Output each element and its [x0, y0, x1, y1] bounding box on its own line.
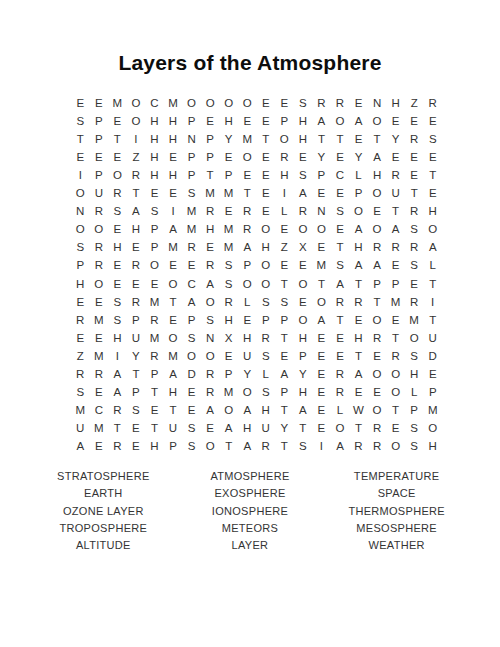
grid-cell-r17c6: H — [164, 383, 183, 401]
grid-cell-r4c3: E — [108, 148, 127, 166]
grid-cell-r7c2: R — [90, 202, 109, 220]
grid-cell-r16c20: E — [423, 365, 442, 383]
grid-cell-r18c5: E — [145, 401, 164, 419]
grid-cell-r6c15: E — [331, 184, 350, 202]
grid-cell-r10c12: E — [275, 256, 294, 274]
grid-cell-r8c7: M — [182, 220, 201, 238]
grid-cell-r6c16: P — [349, 184, 368, 202]
word-item: EXOSPHERE — [214, 485, 285, 502]
grid-cell-r14c20: U — [423, 329, 442, 347]
grid-cell-r16c12: A — [275, 365, 294, 383]
grid-cell-r5c9: P — [219, 166, 238, 184]
grid-cell-r19c18: E — [386, 419, 405, 437]
grid-cell-r19c13: T — [294, 419, 313, 437]
word-item: STRATOSPHERE — [57, 468, 149, 485]
grid-cell-r20c17: R — [368, 437, 387, 455]
grid-cell-r9c3: H — [108, 238, 127, 256]
grid-cell-r6c4: T — [127, 184, 146, 202]
grid-cell-r9c1: S — [71, 238, 90, 256]
grid-cell-r8c16: A — [349, 220, 368, 238]
grid-cell-r9c12: Z — [275, 238, 294, 256]
grid-cell-r4c19: E — [405, 148, 424, 166]
grid-cell-r8c17: O — [368, 220, 387, 238]
grid-cell-r13c9: H — [219, 311, 238, 329]
grid-cell-r8c3: E — [108, 220, 127, 238]
grid-cell-r11c17: P — [368, 274, 387, 292]
grid-cell-r2c1: S — [71, 112, 90, 130]
grid-cell-r8c9: M — [219, 220, 238, 238]
grid-cell-r11c3: E — [108, 274, 127, 292]
grid-cell-r12c3: S — [108, 293, 127, 311]
grid-cell-r8c15: E — [331, 220, 350, 238]
grid-cell-r8c14: O — [312, 220, 331, 238]
grid-cell-r9c11: H — [256, 238, 275, 256]
grid-cell-r2c13: H — [294, 112, 313, 130]
grid-cell-r3c20: S — [423, 130, 442, 148]
grid-cell-r13c6: E — [164, 311, 183, 329]
grid-cell-r4c18: E — [386, 148, 405, 166]
grid-cell-r4c16: Y — [349, 148, 368, 166]
grid-cell-r6c10: T — [238, 184, 257, 202]
grid-cell-r14c8: N — [201, 329, 220, 347]
grid-cell-r5c13: S — [294, 166, 313, 184]
grid-cell-r18c9: O — [219, 401, 238, 419]
grid-cell-r15c7: O — [182, 347, 201, 365]
grid-cell-r12c11: S — [256, 293, 275, 311]
grid-cell-r11c14: T — [312, 274, 331, 292]
grid-cell-r9c5: P — [145, 238, 164, 256]
grid-cell-r2c17: O — [368, 112, 387, 130]
grid-cell-r17c9: M — [219, 383, 238, 401]
grid-cell-r18c14: E — [312, 401, 331, 419]
word-item: METEORS — [222, 520, 279, 537]
grid-cell-r19c15: O — [331, 419, 350, 437]
grid-cell-r16c19: H — [405, 365, 424, 383]
grid-cell-r4c17: A — [368, 148, 387, 166]
grid-cell-r17c2: E — [90, 383, 109, 401]
grid-cell-r10c13: E — [294, 256, 313, 274]
grid-cell-r1c1: E — [71, 94, 90, 112]
grid-cell-r11c16: T — [349, 274, 368, 292]
grid-cell-r17c4: P — [127, 383, 146, 401]
grid-cell-r14c5: M — [145, 329, 164, 347]
word-item: WEATHER — [369, 537, 425, 554]
grid-cell-r20c4: E — [127, 437, 146, 455]
grid-cell-r1c4: O — [127, 94, 146, 112]
grid-cell-r8c12: E — [275, 220, 294, 238]
grid-cell-r5c14: P — [312, 166, 331, 184]
grid-cell-r12c13: E — [294, 293, 313, 311]
grid-cell-r2c7: P — [182, 112, 201, 130]
grid-cell-r6c6: E — [164, 184, 183, 202]
grid-cell-r1c17: N — [368, 94, 387, 112]
grid-cell-r4c20: E — [423, 148, 442, 166]
grid-cell-r18c20: M — [423, 401, 442, 419]
word-item: OZONE LAYER — [63, 503, 144, 520]
grid-cell-r12c5: M — [145, 293, 164, 311]
grid-cell-r2c8: E — [201, 112, 220, 130]
word-item: TEMPERATURE — [354, 468, 440, 485]
grid-cell-r14c10: H — [238, 329, 257, 347]
grid-cell-r14c6: O — [164, 329, 183, 347]
word-item: THERMOSPHERE — [348, 503, 445, 520]
word-list-column-2: ATMOSPHEREEXOSPHEREIONOSPHEREMETEORSLAYE… — [177, 468, 324, 554]
grid-cell-r7c10: R — [238, 202, 257, 220]
grid-cell-r2c15: O — [331, 112, 350, 130]
grid-cell-r4c1: E — [71, 148, 90, 166]
grid-cell-r16c3: A — [108, 365, 127, 383]
word-item: IONOSPHERE — [212, 503, 288, 520]
grid-cell-r16c18: O — [386, 365, 405, 383]
grid-cell-r11c8: A — [201, 274, 220, 292]
grid-cell-r10c9: S — [219, 256, 238, 274]
grid-cell-r17c16: E — [349, 383, 368, 401]
grid-cell-r18c10: A — [238, 401, 257, 419]
grid-cell-r20c12: T — [275, 437, 294, 455]
grid-cell-r20c8: O — [201, 437, 220, 455]
grid-cell-r13c18: E — [386, 311, 405, 329]
grid-cell-r11c19: E — [405, 274, 424, 292]
grid-cell-r7c20: H — [423, 202, 442, 220]
grid-cell-r19c5: T — [145, 419, 164, 437]
grid-cell-r5c8: T — [201, 166, 220, 184]
grid-cell-r11c4: E — [127, 274, 146, 292]
grid-cell-r6c14: E — [312, 184, 331, 202]
grid-cell-r13c12: P — [275, 311, 294, 329]
grid-cell-r1c20: R — [423, 94, 442, 112]
grid-cell-r14c11: R — [256, 329, 275, 347]
grid-cell-r7c8: R — [201, 202, 220, 220]
grid-cell-r7c18: T — [386, 202, 405, 220]
grid-cell-r2c5: H — [145, 112, 164, 130]
grid-cell-r3c17: T — [368, 130, 387, 148]
grid-cell-r16c13: Y — [294, 365, 313, 383]
grid-cell-r14c9: X — [219, 329, 238, 347]
grid-cell-r17c20: P — [423, 383, 442, 401]
grid-cell-r3c16: E — [349, 130, 368, 148]
grid-cell-r16c9: P — [219, 365, 238, 383]
grid-cell-r14c19: O — [405, 329, 424, 347]
grid-cell-r18c4: S — [127, 401, 146, 419]
grid-cell-r4c13: E — [294, 148, 313, 166]
grid-cell-r15c8: O — [201, 347, 220, 365]
grid-cell-r9c14: E — [312, 238, 331, 256]
grid-cell-r16c8: R — [201, 365, 220, 383]
grid-cell-r6c3: R — [108, 184, 127, 202]
grid-cell-r9c4: E — [127, 238, 146, 256]
grid-cell-r12c14: O — [312, 293, 331, 311]
grid-cell-r13c13: O — [294, 311, 313, 329]
grid-cell-r9c15: T — [331, 238, 350, 256]
grid-cell-r1c8: O — [201, 94, 220, 112]
grid-cell-r9c19: R — [405, 238, 424, 256]
grid-cell-r3c12: O — [275, 130, 294, 148]
grid-cell-r4c11: E — [256, 148, 275, 166]
grid-cell-r4c5: H — [145, 148, 164, 166]
grid-cell-r19c11: U — [256, 419, 275, 437]
grid-cell-r4c9: E — [219, 148, 238, 166]
grid-cell-r10c8: R — [201, 256, 220, 274]
grid-cell-r3c13: H — [294, 130, 313, 148]
grid-cell-r4c4: Z — [127, 148, 146, 166]
grid-cell-r5c5: H — [145, 166, 164, 184]
word-item: EARTH — [84, 485, 123, 502]
grid-cell-r6c12: I — [275, 184, 294, 202]
grid-cell-r12c6: T — [164, 293, 183, 311]
grid-cell-r12c15: R — [331, 293, 350, 311]
grid-cell-r6c20: E — [423, 184, 442, 202]
grid-cell-r19c3: T — [108, 419, 127, 437]
worksheet-page: Layers of the Atmosphere EEMOCMOOOOEESRR… — [0, 0, 500, 647]
grid-cell-r8c20: O — [423, 220, 442, 238]
grid-cell-r20c13: S — [294, 437, 313, 455]
grid-cell-r11c2: O — [90, 274, 109, 292]
grid-cell-r3c14: T — [312, 130, 331, 148]
grid-cell-r10c18: E — [386, 256, 405, 274]
grid-cell-r7c13: R — [294, 202, 313, 220]
grid-cell-r20c9: T — [219, 437, 238, 455]
grid-cell-r15c9: E — [219, 347, 238, 365]
grid-cell-r4c6: E — [164, 148, 183, 166]
grid-cell-r5c19: E — [405, 166, 424, 184]
grid-cell-r12c18: M — [386, 293, 405, 311]
grid-cell-r5c20: T — [423, 166, 442, 184]
grid-cell-r3c9: Y — [219, 130, 238, 148]
grid-cell-r2c19: E — [405, 112, 424, 130]
grid-cell-r19c20: O — [423, 419, 442, 437]
grid-cell-r17c5: T — [145, 383, 164, 401]
grid-cell-r1c16: E — [349, 94, 368, 112]
grid-cell-r19c16: T — [349, 419, 368, 437]
grid-cell-r19c2: M — [90, 419, 109, 437]
grid-cell-r15c10: U — [238, 347, 257, 365]
grid-cell-r13c11: P — [256, 311, 275, 329]
grid-cell-r10c1: P — [71, 256, 90, 274]
grid-cell-r17c17: E — [368, 383, 387, 401]
grid-cell-r1c11: E — [256, 94, 275, 112]
grid-cell-r17c19: L — [405, 383, 424, 401]
grid-cell-r19c8: E — [201, 419, 220, 437]
grid-cell-r2c12: P — [275, 112, 294, 130]
grid-cell-r20c18: O — [386, 437, 405, 455]
grid-cell-r19c14: E — [312, 419, 331, 437]
grid-cell-r1c9: O — [219, 94, 238, 112]
grid-cell-r10c5: O — [145, 256, 164, 274]
grid-cell-r10c10: P — [238, 256, 257, 274]
grid-cell-r14c1: E — [71, 329, 90, 347]
grid-cell-r11c12: T — [275, 274, 294, 292]
grid-cell-r17c13: H — [294, 383, 313, 401]
grid-cell-r1c19: Z — [405, 94, 424, 112]
grid-cell-r5c12: H — [275, 166, 294, 184]
grid-cell-r14c2: E — [90, 329, 109, 347]
grid-cell-r3c11: T — [256, 130, 275, 148]
grid-cell-r12c4: R — [127, 293, 146, 311]
grid-cell-r15c19: S — [405, 347, 424, 365]
grid-cell-r11c20: T — [423, 274, 442, 292]
grid-cell-r13c14: A — [312, 311, 331, 329]
grid-cell-r15c13: P — [294, 347, 313, 365]
grid-cell-r16c10: Y — [238, 365, 257, 383]
grid-cell-r2c16: A — [349, 112, 368, 130]
grid-cell-r6c7: S — [182, 184, 201, 202]
grid-cell-r16c16: A — [349, 365, 368, 383]
grid-cell-r10c7: E — [182, 256, 201, 274]
grid-cell-r3c2: P — [90, 130, 109, 148]
grid-cell-r17c7: E — [182, 383, 201, 401]
grid-cell-r8c8: H — [201, 220, 220, 238]
grid-cell-r14c13: H — [294, 329, 313, 347]
grid-cell-r1c12: E — [275, 94, 294, 112]
grid-cell-r16c2: R — [90, 365, 109, 383]
grid-cell-r7c14: N — [312, 202, 331, 220]
grid-cell-r18c16: W — [349, 401, 368, 419]
word-item: TROPOSPHERE — [60, 520, 148, 537]
grid-cell-r10c15: S — [331, 256, 350, 274]
grid-cell-r20c3: R — [108, 437, 127, 455]
grid-cell-r20c1: A — [71, 437, 90, 455]
grid-cell-r13c20: T — [423, 311, 442, 329]
grid-cell-r5c1: I — [71, 166, 90, 184]
grid-cell-r16c17: O — [368, 365, 387, 383]
grid-cell-r13c3: S — [108, 311, 127, 329]
grid-cell-r2c14: A — [312, 112, 331, 130]
grid-cell-r3c5: H — [145, 130, 164, 148]
grid-cell-r16c11: L — [256, 365, 275, 383]
grid-cell-r4c14: Y — [312, 148, 331, 166]
grid-cell-r2c4: O — [127, 112, 146, 130]
grid-cell-r10c2: R — [90, 256, 109, 274]
grid-cell-r15c5: R — [145, 347, 164, 365]
grid-cell-r5c6: H — [164, 166, 183, 184]
grid-cell-r17c11: S — [256, 383, 275, 401]
grid-cell-r6c8: M — [201, 184, 220, 202]
grid-cell-r12c8: O — [201, 293, 220, 311]
grid-cell-r4c2: E — [90, 148, 109, 166]
grid-cell-r15c6: M — [164, 347, 183, 365]
grid-cell-r6c18: U — [386, 184, 405, 202]
grid-cell-r17c18: O — [386, 383, 405, 401]
word-item: SPACE — [378, 485, 416, 502]
grid-cell-r2c18: E — [386, 112, 405, 130]
grid-cell-r7c15: S — [331, 202, 350, 220]
grid-cell-r5c4: R — [127, 166, 146, 184]
grid-cell-r18c2: C — [90, 401, 109, 419]
grid-cell-r11c6: O — [164, 274, 183, 292]
grid-cell-r15c20: D — [423, 347, 442, 365]
grid-cell-r16c14: E — [312, 365, 331, 383]
grid-cell-r18c1: M — [71, 401, 90, 419]
grid-cell-r20c11: R — [256, 437, 275, 455]
grid-cell-r6c5: E — [145, 184, 164, 202]
grid-cell-r6c17: O — [368, 184, 387, 202]
grid-cell-r1c10: O — [238, 94, 257, 112]
grid-cell-r2c6: H — [164, 112, 183, 130]
grid-cell-r9c16: H — [349, 238, 368, 256]
grid-cell-r9c13: X — [294, 238, 313, 256]
grid-cell-r1c3: M — [108, 94, 127, 112]
grid-cell-r9c9: M — [219, 238, 238, 256]
grid-cell-r6c11: E — [256, 184, 275, 202]
grid-cell-r19c7: S — [182, 419, 201, 437]
grid-cell-r18c18: T — [386, 401, 405, 419]
grid-cell-r1c2: E — [90, 94, 109, 112]
grid-cell-r6c1: O — [71, 184, 90, 202]
grid-cell-r3c6: H — [164, 130, 183, 148]
grid-cell-r3c8: P — [201, 130, 220, 148]
grid-cell-r20c16: R — [349, 437, 368, 455]
grid-cell-r7c3: S — [108, 202, 127, 220]
grid-cell-r20c5: H — [145, 437, 164, 455]
word-list: STRATOSPHEREEARTHOZONE LAYERTROPOSPHEREA… — [30, 468, 470, 554]
grid-cell-r17c3: A — [108, 383, 127, 401]
grid-cell-r18c6: T — [164, 401, 183, 419]
grid-cell-r3c4: I — [127, 130, 146, 148]
grid-cell-r1c13: S — [294, 94, 313, 112]
grid-cell-r4c8: P — [201, 148, 220, 166]
grid-cell-r12c20: I — [423, 293, 442, 311]
grid-cell-r11c7: C — [182, 274, 201, 292]
grid-cell-r10c4: R — [127, 256, 146, 274]
grid-cell-r5c16: L — [349, 166, 368, 184]
word-list-column-3: TEMPERATURESPACETHERMOSPHEREMESOSPHEREWE… — [323, 468, 470, 554]
grid-cell-r15c17: E — [368, 347, 387, 365]
grid-cell-r17c14: E — [312, 383, 331, 401]
grid-cell-r20c15: A — [331, 437, 350, 455]
grid-cell-r13c17: O — [368, 311, 387, 329]
grid-cell-r18c8: A — [201, 401, 220, 419]
grid-cell-r11c10: O — [238, 274, 257, 292]
grid-cell-r10c14: M — [312, 256, 331, 274]
grid-cell-r17c1: S — [71, 383, 90, 401]
grid-cell-r18c12: T — [275, 401, 294, 419]
grid-cell-r7c11: E — [256, 202, 275, 220]
grid-cell-r15c2: M — [90, 347, 109, 365]
grid-cell-r18c7: E — [182, 401, 201, 419]
grid-cell-r9c10: A — [238, 238, 257, 256]
grid-cell-r4c15: E — [331, 148, 350, 166]
grid-cell-r2c10: E — [238, 112, 257, 130]
grid-cell-r14c4: U — [127, 329, 146, 347]
puzzle-title: Layers of the Atmosphere — [0, 51, 500, 75]
grid-cell-r18c11: H — [256, 401, 275, 419]
grid-cell-r15c16: T — [349, 347, 368, 365]
grid-cell-r10c11: O — [256, 256, 275, 274]
grid-cell-r9c18: R — [386, 238, 405, 256]
grid-cell-r13c1: R — [71, 311, 90, 329]
grid-cell-r8c10: R — [238, 220, 257, 238]
grid-cell-r5c15: C — [331, 166, 350, 184]
grid-cell-r7c19: R — [405, 202, 424, 220]
grid-cell-r9c20: A — [423, 238, 442, 256]
grid-cell-r3c18: Y — [386, 130, 405, 148]
grid-cell-r16c5: P — [145, 365, 164, 383]
grid-cell-r10c6: E — [164, 256, 183, 274]
grid-cell-r19c17: R — [368, 419, 387, 437]
grid-cell-r19c10: H — [238, 419, 257, 437]
grid-cell-r13c5: R — [145, 311, 164, 329]
grid-cell-r5c3: O — [108, 166, 127, 184]
grid-cell-r10c16: A — [349, 256, 368, 274]
word-item: ATMOSPHERE — [210, 468, 289, 485]
grid-cell-r17c8: R — [201, 383, 220, 401]
grid-cell-r20c2: E — [90, 437, 109, 455]
grid-cell-r19c4: E — [127, 419, 146, 437]
grid-cell-r9c7: R — [182, 238, 201, 256]
grid-cell-r4c10: O — [238, 148, 257, 166]
grid-cell-r2c11: E — [256, 112, 275, 130]
grid-cell-r2c2: P — [90, 112, 109, 130]
